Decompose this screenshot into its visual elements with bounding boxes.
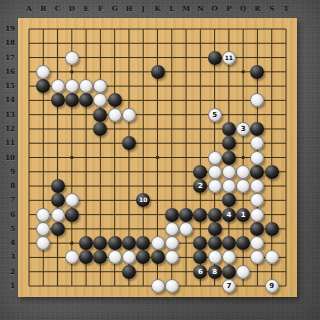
row-label: 6	[2, 210, 15, 220]
column-label: M	[179, 4, 193, 14]
white-stone[interactable]	[151, 236, 165, 250]
column-label: L	[165, 4, 179, 14]
row-label: 3	[2, 252, 15, 262]
column-label: H	[122, 4, 136, 14]
white-stone[interactable]	[36, 65, 50, 79]
column-label: J	[136, 4, 150, 14]
column-label: F	[93, 4, 107, 14]
white-stone[interactable]	[208, 250, 222, 264]
move-number-label: 7	[226, 279, 231, 293]
row-label: 2	[2, 267, 15, 277]
black-stone[interactable]	[265, 222, 279, 236]
star-point	[241, 70, 245, 74]
black-stone[interactable]	[51, 222, 65, 236]
go-diagram-screenshot: ABCDEFGHJKLMNOPQRST 19181716151413121110…	[0, 0, 320, 320]
white-stone[interactable]	[122, 108, 136, 122]
white-stone[interactable]	[65, 51, 79, 65]
white-stone[interactable]	[208, 179, 222, 193]
move-number-label: 8	[212, 265, 217, 279]
star-point	[70, 156, 74, 160]
black-stone[interactable]	[108, 236, 122, 250]
white-stone[interactable]	[165, 222, 179, 236]
move-number-label: 4	[226, 208, 231, 222]
black-stone[interactable]	[208, 222, 222, 236]
black-stone[interactable]	[222, 136, 236, 150]
column-label: N	[193, 4, 207, 14]
white-stone[interactable]	[222, 179, 236, 193]
row-label: 13	[2, 110, 15, 120]
black-stone[interactable]	[193, 165, 207, 179]
row-label: 12	[2, 124, 15, 134]
black-stone[interactable]	[51, 93, 65, 107]
white-stone[interactable]	[51, 208, 65, 222]
column-label: O	[208, 4, 222, 14]
star-point	[241, 156, 245, 160]
star-point	[70, 241, 74, 245]
black-stone[interactable]	[208, 51, 222, 65]
white-stone[interactable]	[236, 265, 250, 279]
row-label: 19	[2, 24, 15, 34]
white-stone[interactable]	[165, 236, 179, 250]
black-stone[interactable]	[65, 208, 79, 222]
move-number-label: 3	[241, 122, 246, 136]
black-stone[interactable]: 6	[193, 265, 207, 279]
white-stone[interactable]	[108, 108, 122, 122]
white-stone[interactable]: 7	[222, 279, 236, 293]
move-number-label: 5	[212, 108, 217, 122]
move-number-label: 10	[139, 193, 147, 207]
black-stone[interactable]	[222, 151, 236, 165]
white-stone[interactable]	[179, 222, 193, 236]
row-label: 15	[2, 81, 15, 91]
white-stone[interactable]	[222, 165, 236, 179]
star-point	[70, 70, 74, 74]
row-label: 8	[2, 181, 15, 191]
row-label: 17	[2, 53, 15, 63]
black-stone[interactable]	[122, 236, 136, 250]
column-label: S	[265, 4, 279, 14]
row-label: 4	[2, 238, 15, 248]
black-stone[interactable]	[222, 236, 236, 250]
black-stone[interactable]	[208, 208, 222, 222]
white-stone[interactable]	[51, 79, 65, 93]
column-label: Q	[236, 4, 250, 14]
white-stone[interactable]	[236, 165, 250, 179]
column-label: B	[36, 4, 50, 14]
move-number-label: 2	[198, 179, 203, 193]
white-stone[interactable]	[165, 279, 179, 293]
black-stone[interactable]	[165, 208, 179, 222]
black-stone[interactable]	[151, 65, 165, 79]
black-stone[interactable]	[122, 265, 136, 279]
black-stone[interactable]	[51, 179, 65, 193]
row-label: 14	[2, 95, 15, 105]
white-stone[interactable]: 3	[236, 122, 250, 136]
move-number-label: 6	[198, 265, 203, 279]
row-label: 1	[2, 281, 15, 291]
black-stone[interactable]	[222, 265, 236, 279]
column-label: P	[222, 4, 236, 14]
move-number-label: 9	[269, 279, 274, 293]
black-stone[interactable]	[93, 108, 107, 122]
black-stone[interactable]: 4	[222, 208, 236, 222]
white-stone[interactable]	[250, 151, 264, 165]
white-stone[interactable]	[208, 165, 222, 179]
column-label: C	[51, 4, 65, 14]
white-stone[interactable]	[36, 208, 50, 222]
white-stone[interactable]	[208, 151, 222, 165]
column-label: K	[151, 4, 165, 14]
white-stone[interactable]: 11	[222, 51, 236, 65]
black-stone[interactable]	[108, 93, 122, 107]
column-label: R	[250, 4, 264, 14]
row-label: 11	[2, 138, 15, 148]
row-label: 10	[2, 153, 15, 163]
white-stone[interactable]	[151, 279, 165, 293]
black-stone[interactable]: 1	[236, 208, 250, 222]
white-stone[interactable]	[250, 208, 264, 222]
black-stone[interactable]	[222, 122, 236, 136]
move-number-label: 1	[241, 208, 246, 222]
black-stone[interactable]	[208, 236, 222, 250]
column-label: G	[108, 4, 122, 14]
column-label: A	[22, 4, 36, 14]
column-label: E	[79, 4, 93, 14]
white-stone[interactable]	[65, 79, 79, 93]
column-label: T	[279, 4, 293, 14]
row-label: 16	[2, 67, 15, 77]
row-label: 18	[2, 38, 15, 48]
black-stone[interactable]	[193, 208, 207, 222]
black-stone[interactable]	[51, 193, 65, 207]
row-label: 5	[2, 224, 15, 234]
star-point	[156, 156, 160, 160]
white-stone[interactable]: 9	[265, 279, 279, 293]
black-stone[interactable]	[179, 208, 193, 222]
row-label: 7	[2, 195, 15, 205]
column-label: D	[65, 4, 79, 14]
black-stone[interactable]: 8	[208, 265, 222, 279]
go-board[interactable]: 2104168115379	[18, 18, 297, 297]
black-stone[interactable]	[265, 165, 279, 179]
row-label: 9	[2, 167, 15, 177]
black-stone[interactable]	[151, 250, 165, 264]
move-number-label: 11	[225, 51, 233, 65]
white-stone[interactable]: 5	[208, 108, 222, 122]
